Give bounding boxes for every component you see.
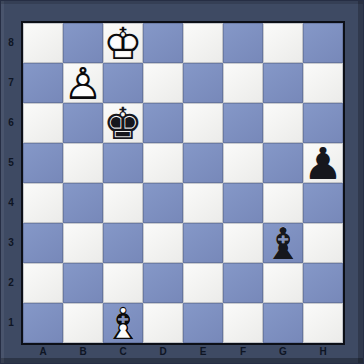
square-b2[interactable] bbox=[63, 263, 103, 303]
square-g6[interactable] bbox=[263, 103, 303, 143]
chess-board: ♚♔♟♙♔♚♙♟♗♝♝♗ bbox=[23, 23, 343, 343]
square-f1[interactable] bbox=[223, 303, 263, 343]
file-label-f: F bbox=[223, 344, 263, 362]
square-f8[interactable] bbox=[223, 23, 263, 63]
square-e5[interactable] bbox=[183, 143, 223, 183]
rank-label-4: 4 bbox=[1, 183, 21, 223]
black-bishop[interactable]: ♗♝ bbox=[263, 223, 303, 263]
square-h2[interactable] bbox=[303, 263, 343, 303]
square-a1[interactable] bbox=[23, 303, 63, 343]
black-pawn[interactable]: ♙♟ bbox=[303, 143, 343, 183]
square-c1[interactable]: ♝♗ bbox=[103, 303, 143, 343]
square-b6[interactable] bbox=[63, 103, 103, 143]
square-d6[interactable] bbox=[143, 103, 183, 143]
square-b1[interactable] bbox=[63, 303, 103, 343]
square-d5[interactable] bbox=[143, 143, 183, 183]
rank-label-2: 2 bbox=[1, 263, 21, 303]
square-f4[interactable] bbox=[223, 183, 263, 223]
file-label-d: D bbox=[143, 344, 183, 362]
square-e2[interactable] bbox=[183, 263, 223, 303]
square-h5[interactable]: ♙♟ bbox=[303, 143, 343, 183]
black-pawn-glyph: ♟ bbox=[303, 143, 343, 183]
square-e7[interactable] bbox=[183, 63, 223, 103]
rank-label-5: 5 bbox=[1, 143, 21, 183]
square-d2[interactable] bbox=[143, 263, 183, 303]
white-king[interactable]: ♚♔ bbox=[103, 23, 143, 63]
square-g2[interactable] bbox=[263, 263, 303, 303]
rank-label-1: 1 bbox=[1, 303, 21, 343]
square-e8[interactable] bbox=[183, 23, 223, 63]
square-b7[interactable]: ♟♙ bbox=[63, 63, 103, 103]
square-e1[interactable] bbox=[183, 303, 223, 343]
square-b3[interactable] bbox=[63, 223, 103, 263]
square-g8[interactable] bbox=[263, 23, 303, 63]
square-a2[interactable] bbox=[23, 263, 63, 303]
square-e3[interactable] bbox=[183, 223, 223, 263]
square-f7[interactable] bbox=[223, 63, 263, 103]
square-b4[interactable] bbox=[63, 183, 103, 223]
square-h7[interactable] bbox=[303, 63, 343, 103]
white-bishop[interactable]: ♝♗ bbox=[103, 303, 143, 343]
square-a7[interactable] bbox=[23, 63, 63, 103]
file-label-e: E bbox=[183, 344, 223, 362]
square-h6[interactable] bbox=[303, 103, 343, 143]
square-g1[interactable] bbox=[263, 303, 303, 343]
black-bishop-glyph: ♝ bbox=[263, 223, 303, 263]
square-d3[interactable] bbox=[143, 223, 183, 263]
file-label-b: B bbox=[63, 344, 103, 362]
square-h3[interactable] bbox=[303, 223, 343, 263]
square-a5[interactable] bbox=[23, 143, 63, 183]
square-a6[interactable] bbox=[23, 103, 63, 143]
file-label-g: G bbox=[263, 344, 303, 362]
white-pawn[interactable]: ♟♙ bbox=[63, 63, 103, 103]
rank-labels: 87654321 bbox=[1, 23, 21, 343]
square-g5[interactable] bbox=[263, 143, 303, 183]
rank-label-3: 3 bbox=[1, 223, 21, 263]
square-c2[interactable] bbox=[103, 263, 143, 303]
rank-label-8: 8 bbox=[1, 23, 21, 63]
square-c6[interactable]: ♔♚ bbox=[103, 103, 143, 143]
square-d7[interactable] bbox=[143, 63, 183, 103]
square-b5[interactable] bbox=[63, 143, 103, 183]
square-f5[interactable] bbox=[223, 143, 263, 183]
rank-label-7: 7 bbox=[1, 63, 21, 103]
black-king[interactable]: ♔♚ bbox=[103, 103, 143, 143]
square-f2[interactable] bbox=[223, 263, 263, 303]
square-h8[interactable] bbox=[303, 23, 343, 63]
square-e6[interactable] bbox=[183, 103, 223, 143]
square-h4[interactable] bbox=[303, 183, 343, 223]
rank-label-6: 6 bbox=[1, 103, 21, 143]
board-frame: ♚♔♟♙♔♚♙♟♗♝♝♗ bbox=[21, 21, 345, 345]
square-f3[interactable] bbox=[223, 223, 263, 263]
square-e4[interactable] bbox=[183, 183, 223, 223]
square-b8[interactable] bbox=[63, 23, 103, 63]
file-label-a: A bbox=[23, 344, 63, 362]
square-c5[interactable] bbox=[103, 143, 143, 183]
square-a8[interactable] bbox=[23, 23, 63, 63]
white-bishop-glyph: ♗ bbox=[103, 303, 143, 343]
square-d4[interactable] bbox=[143, 183, 183, 223]
square-c7[interactable] bbox=[103, 63, 143, 103]
file-labels: ABCDEFGH bbox=[23, 344, 343, 362]
chessboard-widget: 87654321 ABCDEFGH ♚♔♟♙♔♚♙♟♗♝♝♗ bbox=[0, 0, 364, 364]
square-c8[interactable]: ♚♔ bbox=[103, 23, 143, 63]
square-f6[interactable] bbox=[223, 103, 263, 143]
square-c3[interactable] bbox=[103, 223, 143, 263]
square-g3[interactable]: ♗♝ bbox=[263, 223, 303, 263]
white-king-glyph: ♔ bbox=[103, 23, 143, 63]
black-king-glyph: ♚ bbox=[103, 103, 143, 143]
square-a4[interactable] bbox=[23, 183, 63, 223]
square-a3[interactable] bbox=[23, 223, 63, 263]
file-label-h: H bbox=[303, 344, 343, 362]
white-pawn-glyph: ♙ bbox=[63, 63, 103, 103]
square-c4[interactable] bbox=[103, 183, 143, 223]
square-h1[interactable] bbox=[303, 303, 343, 343]
square-d8[interactable] bbox=[143, 23, 183, 63]
square-g4[interactable] bbox=[263, 183, 303, 223]
square-g7[interactable] bbox=[263, 63, 303, 103]
square-d1[interactable] bbox=[143, 303, 183, 343]
